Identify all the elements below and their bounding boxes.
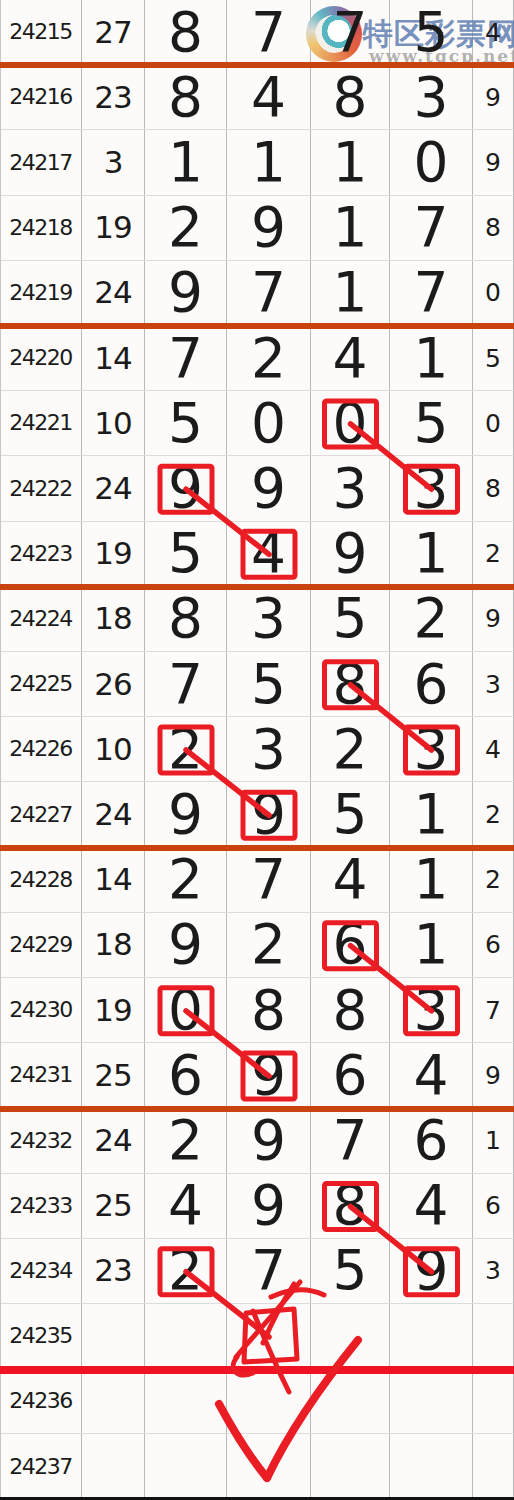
- sum-cell: 19: [82, 196, 145, 260]
- digit-cell-1: 1: [227, 130, 311, 194]
- table-row-24218: 242181929178: [0, 196, 514, 261]
- group-divider-orange: [0, 323, 514, 329]
- sum-cell: 19: [82, 978, 145, 1042]
- digit-cell-3: 6: [390, 652, 473, 716]
- sum-cell: 10: [82, 391, 145, 455]
- period-cell: 24221: [0, 391, 82, 455]
- digit-cell-3: [390, 1369, 473, 1433]
- tail-cell: 1: [473, 1108, 514, 1172]
- digit-cell-3: 1: [390, 913, 473, 977]
- table-row-24231: 242312569649: [0, 1043, 514, 1108]
- digit-cell-1: 9: [227, 1043, 311, 1107]
- table-row-24229: 242291892616: [0, 913, 514, 978]
- red-divider-line: [0, 1366, 514, 1374]
- sum-cell: 18: [82, 587, 145, 651]
- period-cell: 24217: [0, 130, 82, 194]
- tail-cell: [473, 1434, 514, 1498]
- digit-cell-0: [145, 1369, 227, 1433]
- tail-cell: 9: [473, 1043, 514, 1107]
- sum-cell: 25: [82, 1043, 145, 1107]
- tail-cell: 8: [473, 196, 514, 260]
- digit-cell-1: 9: [227, 782, 311, 846]
- digit-cell-3: 1: [390, 782, 473, 846]
- table-row-24226: 242261023234: [0, 717, 514, 782]
- digit-cell-1: 9: [227, 196, 311, 260]
- digit-cell-3: 7: [390, 196, 473, 260]
- digit-cell-3: 1: [390, 848, 473, 912]
- digit-cell-3: 0: [390, 130, 473, 194]
- group-divider-orange: [0, 62, 514, 68]
- digit-cell-1: 7: [227, 848, 311, 912]
- sum-cell: 24: [82, 261, 145, 325]
- digit-cell-2: [311, 1304, 390, 1368]
- tail-cell: 9: [473, 587, 514, 651]
- sum-cell: 23: [82, 1239, 145, 1303]
- digit-cell-2: 1: [311, 261, 390, 325]
- digit-cell-0: 2: [145, 1108, 227, 1172]
- table-row-24223: 242231954912: [0, 522, 514, 587]
- digit-cell-0: 2: [145, 196, 227, 260]
- sum-cell: 23: [82, 65, 145, 129]
- digit-cell-1: 9: [227, 456, 311, 520]
- digit-cell-0: 4: [145, 1174, 227, 1238]
- period-cell: 24234: [0, 1239, 82, 1303]
- digit-cell-0: 9: [145, 456, 227, 520]
- digit-cell-0: 9: [145, 782, 227, 846]
- tail-cell: 0: [473, 261, 514, 325]
- table-row-24220: 242201472415: [0, 326, 514, 391]
- digit-cell-3: 4: [390, 1043, 473, 1107]
- tail-cell: 0: [473, 391, 514, 455]
- table-row-24234: 242342327593: [0, 1239, 514, 1304]
- digit-cell-0: 0: [145, 978, 227, 1042]
- period-cell: 24235: [0, 1304, 82, 1368]
- digit-cell-2: 6: [311, 913, 390, 977]
- table-row-24222: 242222499338: [0, 456, 514, 521]
- sum-cell: 14: [82, 848, 145, 912]
- digit-cell-1: 9: [227, 1174, 311, 1238]
- tail-cell: 3: [473, 1239, 514, 1303]
- digit-cell-0: 9: [145, 261, 227, 325]
- digit-cell-1: 8: [227, 978, 311, 1042]
- digit-cell-0: [145, 1434, 227, 1498]
- digit-cell-1: [227, 1369, 311, 1433]
- period-cell: 24216: [0, 65, 82, 129]
- table-row-24230: 242301908837: [0, 978, 514, 1043]
- digit-cell-0: 7: [145, 326, 227, 390]
- sum-cell: [82, 1369, 145, 1433]
- table-row-24224: 242241883529: [0, 587, 514, 652]
- digit-cell-3: [390, 1304, 473, 1368]
- table-row-24219: 242192497170: [0, 261, 514, 326]
- group-divider-orange: [0, 584, 514, 590]
- table-row-24237: 24237: [0, 1434, 514, 1499]
- tail-cell: 2: [473, 848, 514, 912]
- digit-cell-0: 9: [145, 913, 227, 977]
- period-cell: 24225: [0, 652, 82, 716]
- period-cell: 24223: [0, 522, 82, 586]
- digit-cell-2: 7: [311, 1108, 390, 1172]
- period-cell: 24226: [0, 717, 82, 781]
- digit-cell-2: 0: [311, 391, 390, 455]
- tail-cell: 5: [473, 326, 514, 390]
- digit-cell-2: 8: [311, 652, 390, 716]
- trend-rows: 2421527877542421623848392421731110924218…: [0, 0, 514, 1500]
- tail-cell: [473, 1304, 514, 1368]
- tail-cell: 9: [473, 65, 514, 129]
- digit-cell-2: 1: [311, 130, 390, 194]
- digit-cell-2: 5: [311, 1239, 390, 1303]
- digit-cell-1: 9: [227, 1108, 311, 1172]
- period-cell: 24233: [0, 1174, 82, 1238]
- sum-cell: [82, 1304, 145, 1368]
- tail-cell: 2: [473, 782, 514, 846]
- digit-cell-0: 2: [145, 717, 227, 781]
- digit-cell-2: 8: [311, 978, 390, 1042]
- sum-cell: 24: [82, 456, 145, 520]
- digit-cell-0: 7: [145, 652, 227, 716]
- digit-cell-2: 9: [311, 522, 390, 586]
- digit-cell-2: 6: [311, 1043, 390, 1107]
- digit-cell-1: 3: [227, 717, 311, 781]
- sum-cell: 24: [82, 782, 145, 846]
- digit-cell-0: 5: [145, 522, 227, 586]
- digit-cell-2: 4: [311, 326, 390, 390]
- digit-cell-2: 2: [311, 717, 390, 781]
- digit-cell-2: 1: [311, 196, 390, 260]
- digit-cell-3: 1: [390, 522, 473, 586]
- period-cell: 24230: [0, 978, 82, 1042]
- digit-cell-3: 3: [390, 717, 473, 781]
- table-row-24236: 24236: [0, 1369, 514, 1434]
- period-cell: 24218: [0, 196, 82, 260]
- digit-cell-1: 2: [227, 913, 311, 977]
- table-row-24232: 242322429761: [0, 1108, 514, 1173]
- digit-cell-2: 5: [311, 782, 390, 846]
- digit-cell-0: 5: [145, 391, 227, 455]
- tail-cell: 3: [473, 652, 514, 716]
- digit-cell-0: 1: [145, 130, 227, 194]
- sum-cell: 18: [82, 913, 145, 977]
- digit-cell-2: 8: [311, 1174, 390, 1238]
- digit-cell-3: [390, 1434, 473, 1498]
- digit-cell-2: [311, 1369, 390, 1433]
- period-cell: 24237: [0, 1434, 82, 1498]
- digit-cell-1: [227, 1434, 311, 1498]
- digit-cell-1: 5: [227, 652, 311, 716]
- digit-cell-3: 4: [390, 1174, 473, 1238]
- period-cell: 24222: [0, 456, 82, 520]
- digit-cell-2: 4: [311, 848, 390, 912]
- digit-cell-1: 0: [227, 391, 311, 455]
- digit-cell-3: 3: [390, 456, 473, 520]
- digit-cell-1: 7: [227, 261, 311, 325]
- digit-cell-3: 9: [390, 1239, 473, 1303]
- period-cell: 24224: [0, 587, 82, 651]
- period-cell: 24220: [0, 326, 82, 390]
- digit-cell-0: 2: [145, 848, 227, 912]
- digit-cell-2: 5: [311, 587, 390, 651]
- digit-cell-3: 1: [390, 326, 473, 390]
- digit-cell-2: 3: [311, 456, 390, 520]
- tail-cell: 6: [473, 913, 514, 977]
- period-cell: 24219: [0, 261, 82, 325]
- period-cell: 24228: [0, 848, 82, 912]
- table-row-24233: 242332549846: [0, 1174, 514, 1239]
- tail-cell: 2: [473, 522, 514, 586]
- digit-cell-3: 7: [390, 261, 473, 325]
- table-row-24216: 242162384839: [0, 65, 514, 130]
- lottery-trend-board: 2421527877542421623848392421731110924218…: [0, 0, 514, 1500]
- group-divider-orange: [0, 845, 514, 851]
- sum-cell: 14: [82, 326, 145, 390]
- digit-cell-3: 3: [390, 978, 473, 1042]
- digit-cell-1: [227, 1304, 311, 1368]
- sum-cell: [82, 1434, 145, 1498]
- digit-cell-0: [145, 1304, 227, 1368]
- tail-cell: 7: [473, 978, 514, 1042]
- period-cell: 24229: [0, 913, 82, 977]
- digit-cell-1: 3: [227, 587, 311, 651]
- digit-cell-0: 2: [145, 1239, 227, 1303]
- digit-cell-3: 2: [390, 587, 473, 651]
- sum-cell: 3: [82, 130, 145, 194]
- table-row-24217: 24217311109: [0, 130, 514, 195]
- digit-cell-2: 8: [311, 65, 390, 129]
- digit-cell-3: 5: [390, 391, 473, 455]
- tail-cell: 4: [473, 717, 514, 781]
- digit-cell-0: 8: [145, 587, 227, 651]
- tail-cell: 8: [473, 456, 514, 520]
- sum-cell: 10: [82, 717, 145, 781]
- table-left-border: [0, 0, 1, 1500]
- period-cell: 24236: [0, 1369, 82, 1433]
- digit-cell-2: [311, 1434, 390, 1498]
- sum-cell: 24: [82, 1108, 145, 1172]
- table-row-24228: 242281427412: [0, 848, 514, 913]
- digit-cell-0: 6: [145, 1043, 227, 1107]
- sum-cell: 25: [82, 1174, 145, 1238]
- period-cell: 24231: [0, 1043, 82, 1107]
- digit-cell-1: 7: [227, 1239, 311, 1303]
- sum-cell: 19: [82, 522, 145, 586]
- tail-cell: 6: [473, 1174, 514, 1238]
- digit-cell-1: 2: [227, 326, 311, 390]
- table-row-24235: 24235: [0, 1304, 514, 1369]
- period-cell: 24232: [0, 1108, 82, 1172]
- digit-cell-0: 8: [145, 65, 227, 129]
- group-divider-orange: [0, 1106, 514, 1112]
- tail-cell: [473, 1369, 514, 1433]
- digit-cell-1: 4: [227, 65, 311, 129]
- digit-cell-3: 3: [390, 65, 473, 129]
- table-row-24227: 242272499512: [0, 782, 514, 847]
- tail-cell: 9: [473, 130, 514, 194]
- period-cell: 24227: [0, 782, 82, 846]
- digit-cell-1: 4: [227, 522, 311, 586]
- digit-cell-3: 6: [390, 1108, 473, 1172]
- sum-cell: 26: [82, 652, 145, 716]
- table-row-24225: 242252675863: [0, 652, 514, 717]
- table-row-24221: 242211050050: [0, 391, 514, 456]
